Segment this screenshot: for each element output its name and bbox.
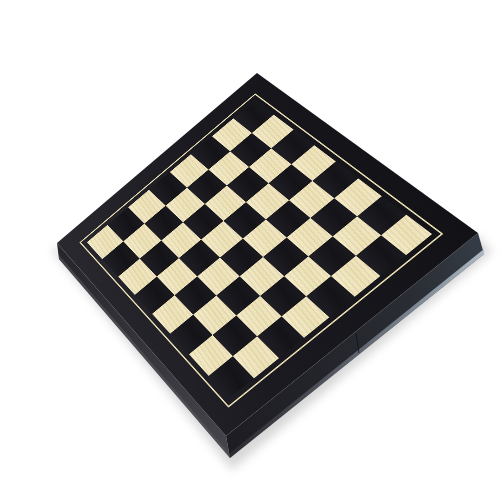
photo-scene: [0, 0, 500, 500]
